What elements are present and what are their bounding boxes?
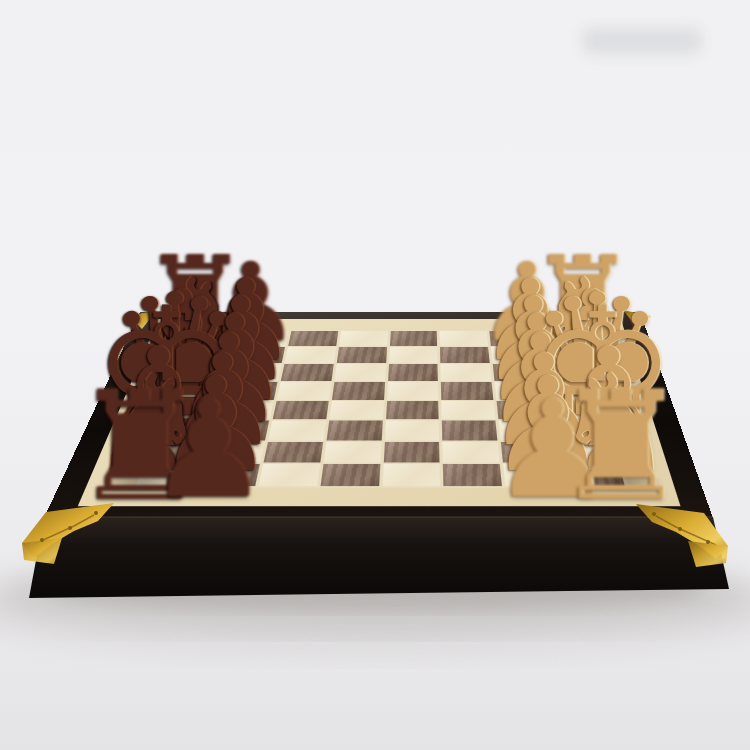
piece-light-rook[interactable]: ♜ bbox=[554, 371, 688, 521]
pieces-layer: ♜♟♟♜♞♟♟♞♝♟♟♝♛♟♟♛♚♟♟♚♝♟♟♝♞♟♟♞♜♟♟♜ bbox=[0, 0, 750, 750]
pawn-glyph: ♟ bbox=[148, 382, 269, 517]
rook-glyph: ♜ bbox=[554, 371, 688, 521]
photo-stage: ♜♟♟♜♞♟♟♞♝♟♟♝♛♟♟♛♚♟♟♚♝♟♟♝♞♟♟♞♜♟♟♜ bbox=[0, 0, 750, 750]
piece-dark-pawn[interactable]: ♟ bbox=[148, 382, 269, 517]
